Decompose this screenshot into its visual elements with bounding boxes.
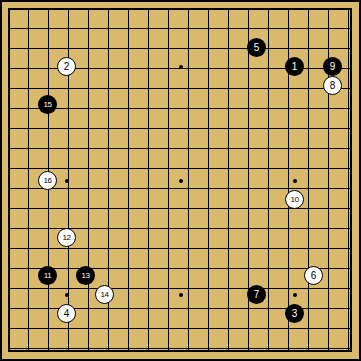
image-border	[0, 0, 361, 361]
go-diagram: 52198151610121113614743	[0, 0, 361, 361]
